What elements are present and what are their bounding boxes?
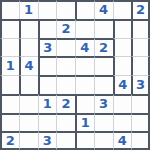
cell-r7c2[interactable] bbox=[19, 113, 38, 132]
cell-r1c5[interactable] bbox=[75, 0, 94, 19]
cell-r5c5[interactable] bbox=[75, 75, 94, 94]
cell-r4c3[interactable] bbox=[38, 56, 57, 75]
cell-r5c4[interactable] bbox=[56, 75, 75, 94]
given-digit: 1 bbox=[6, 59, 15, 73]
cell-r5c7: 4 bbox=[113, 75, 132, 94]
cell-r1c8: 2 bbox=[131, 0, 150, 19]
cell-r3c8[interactable] bbox=[131, 38, 150, 57]
cell-r6c3: 1 bbox=[38, 94, 57, 113]
given-digit: 2 bbox=[6, 134, 15, 148]
cell-r4c6[interactable] bbox=[94, 56, 113, 75]
cell-r7c3[interactable] bbox=[38, 113, 57, 132]
cell-r3c7[interactable] bbox=[113, 38, 132, 57]
cell-r4c4[interactable] bbox=[56, 56, 75, 75]
cell-r6c5[interactable] bbox=[75, 94, 94, 113]
given-digit: 4 bbox=[118, 134, 127, 148]
cell-r7c8[interactable] bbox=[131, 113, 150, 132]
given-digit: 4 bbox=[25, 59, 34, 73]
cell-r2c5[interactable] bbox=[75, 19, 94, 38]
cell-r2c7[interactable] bbox=[113, 19, 132, 38]
cell-r1c6: 4 bbox=[94, 0, 113, 19]
given-digit: 2 bbox=[62, 22, 71, 36]
given-digit: 2 bbox=[99, 41, 108, 55]
cell-r2c3[interactable] bbox=[38, 19, 57, 38]
given-digit: 4 bbox=[80, 41, 89, 55]
cell-r6c6: 3 bbox=[94, 94, 113, 113]
cell-r5c8: 3 bbox=[131, 75, 150, 94]
given-digit: 3 bbox=[136, 78, 145, 92]
given-digit: 2 bbox=[62, 97, 71, 111]
cell-r3c5: 4 bbox=[75, 38, 94, 57]
cell-r6c7[interactable] bbox=[113, 94, 132, 113]
given-digit: 3 bbox=[43, 134, 52, 148]
given-digit: 3 bbox=[43, 41, 52, 55]
cell-r4c2: 4 bbox=[19, 56, 38, 75]
cell-r1c1[interactable] bbox=[0, 0, 19, 19]
given-digit: 1 bbox=[43, 97, 52, 111]
cell-r3c4[interactable] bbox=[56, 38, 75, 57]
given-digit: 1 bbox=[24, 3, 33, 17]
cell-r3c2[interactable] bbox=[19, 38, 38, 57]
cell-r3c3: 3 bbox=[38, 38, 57, 57]
cell-r5c3[interactable] bbox=[38, 75, 57, 94]
cell-r8c1: 2 bbox=[0, 131, 19, 150]
given-digit: 3 bbox=[99, 97, 108, 111]
cell-r1c4[interactable] bbox=[56, 0, 75, 19]
cell-r2c8[interactable] bbox=[131, 19, 150, 38]
given-digit: 4 bbox=[99, 3, 108, 17]
cell-r7c4[interactable] bbox=[56, 113, 75, 132]
cell-r2c1[interactable] bbox=[0, 19, 19, 38]
cell-r6c1[interactable] bbox=[0, 94, 19, 113]
cell-r2c4: 2 bbox=[56, 19, 75, 38]
cell-r4c1: 1 bbox=[0, 56, 19, 75]
puzzle-board: 142234214431231234 bbox=[0, 0, 150, 150]
cell-r6c8[interactable] bbox=[131, 94, 150, 113]
cell-r5c2[interactable] bbox=[19, 75, 38, 94]
cell-r8c2[interactable] bbox=[19, 131, 38, 150]
cell-r8c8[interactable] bbox=[131, 131, 150, 150]
cell-r6c2[interactable] bbox=[19, 94, 38, 113]
cell-r1c2: 1 bbox=[19, 0, 38, 19]
given-digit: 4 bbox=[118, 78, 127, 92]
given-digit: 2 bbox=[136, 3, 145, 17]
cell-r3c1[interactable] bbox=[0, 38, 19, 57]
cell-r8c6[interactable] bbox=[94, 131, 113, 150]
given-digit: 1 bbox=[81, 116, 90, 130]
cell-r4c5[interactable] bbox=[75, 56, 94, 75]
cell-r6c4: 2 bbox=[56, 94, 75, 113]
cell-r4c8[interactable] bbox=[131, 56, 150, 75]
cell-r2c2[interactable] bbox=[19, 19, 38, 38]
cell-r1c3[interactable] bbox=[38, 0, 57, 19]
cell-r8c7: 4 bbox=[113, 131, 132, 150]
cell-r7c1[interactable] bbox=[0, 113, 19, 132]
cell-r7c7[interactable] bbox=[113, 113, 132, 132]
cell-r8c3: 3 bbox=[38, 131, 57, 150]
cell-r8c5[interactable] bbox=[75, 131, 94, 150]
cell-r7c6[interactable] bbox=[94, 113, 113, 132]
cell-r1c7[interactable] bbox=[113, 0, 132, 19]
cell-r2c6[interactable] bbox=[94, 19, 113, 38]
cell-r4c7[interactable] bbox=[113, 56, 132, 75]
cell-r8c4[interactable] bbox=[56, 131, 75, 150]
cell-r5c1[interactable] bbox=[0, 75, 19, 94]
cell-r3c6: 2 bbox=[94, 38, 113, 57]
cell-r5c6[interactable] bbox=[94, 75, 113, 94]
cell-r7c5: 1 bbox=[75, 113, 94, 132]
